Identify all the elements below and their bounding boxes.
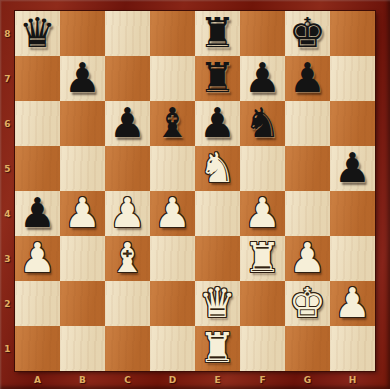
file-label-f: F: [240, 371, 285, 389]
square-a4[interactable]: ♟︎: [15, 191, 60, 236]
square-d2[interactable]: [150, 281, 195, 326]
chess-board: ♛︎♜︎♚︎♟︎♜︎♟︎♟︎♟︎♝︎♟︎♞︎♞︎♟︎♟︎♟︎♟︎♟︎♟︎♟︎♝︎…: [15, 11, 375, 371]
piece-black-queen[interactable]: ♛︎: [19, 11, 56, 56]
file-label-c: C: [105, 371, 150, 389]
square-h6[interactable]: [330, 101, 375, 146]
square-e8[interactable]: ♜︎: [195, 11, 240, 56]
square-h7[interactable]: [330, 56, 375, 101]
square-b4[interactable]: ♟︎: [60, 191, 105, 236]
piece-white-pawn[interactable]: ♟︎: [19, 236, 56, 281]
rank-label-8: 8: [0, 11, 15, 56]
square-g2[interactable]: ♚︎: [285, 281, 330, 326]
piece-black-pawn[interactable]: ♟︎: [19, 191, 56, 236]
square-g3[interactable]: ♟︎: [285, 236, 330, 281]
piece-black-pawn[interactable]: ♟︎: [289, 56, 326, 101]
square-h2[interactable]: ♟︎: [330, 281, 375, 326]
square-d1[interactable]: [150, 326, 195, 371]
square-h3[interactable]: [330, 236, 375, 281]
piece-black-pawn[interactable]: ♟︎: [199, 101, 236, 146]
rank-label-4: 4: [0, 191, 15, 236]
piece-black-pawn[interactable]: ♟︎: [334, 146, 371, 191]
square-c5[interactable]: [105, 146, 150, 191]
square-f3[interactable]: ♜︎: [240, 236, 285, 281]
piece-white-king[interactable]: ♚︎: [289, 281, 326, 326]
square-d6[interactable]: ♝︎: [150, 101, 195, 146]
piece-white-bishop[interactable]: ♝︎: [109, 236, 146, 281]
square-c7[interactable]: [105, 56, 150, 101]
square-g6[interactable]: [285, 101, 330, 146]
piece-white-rook[interactable]: ♜︎: [199, 326, 236, 371]
square-f8[interactable]: [240, 11, 285, 56]
square-f7[interactable]: ♟︎: [240, 56, 285, 101]
square-f6[interactable]: ♞︎: [240, 101, 285, 146]
square-h8[interactable]: [330, 11, 375, 56]
square-b2[interactable]: [60, 281, 105, 326]
square-g7[interactable]: ♟︎: [285, 56, 330, 101]
file-label-e: E: [195, 371, 240, 389]
piece-white-rook[interactable]: ♜︎: [244, 236, 281, 281]
piece-black-king[interactable]: ♚︎: [289, 11, 326, 56]
piece-white-pawn[interactable]: ♟︎: [109, 191, 146, 236]
square-a8[interactable]: ♛︎: [15, 11, 60, 56]
piece-white-pawn[interactable]: ♟︎: [154, 191, 191, 236]
square-e2[interactable]: ♛︎: [195, 281, 240, 326]
square-g5[interactable]: [285, 146, 330, 191]
piece-white-knight[interactable]: ♞︎: [199, 146, 236, 191]
piece-white-pawn[interactable]: ♟︎: [289, 236, 326, 281]
piece-black-rook[interactable]: ♜︎: [199, 11, 236, 56]
piece-black-pawn[interactable]: ♟︎: [244, 56, 281, 101]
square-c6[interactable]: ♟︎: [105, 101, 150, 146]
square-c2[interactable]: [105, 281, 150, 326]
square-f5[interactable]: [240, 146, 285, 191]
file-label-h: H: [330, 371, 375, 389]
square-b7[interactable]: ♟︎: [60, 56, 105, 101]
square-b1[interactable]: [60, 326, 105, 371]
file-label-a: A: [15, 371, 60, 389]
piece-black-pawn[interactable]: ♟︎: [64, 56, 101, 101]
square-b5[interactable]: [60, 146, 105, 191]
rank-label-5: 5: [0, 146, 15, 191]
square-b8[interactable]: [60, 11, 105, 56]
square-f2[interactable]: [240, 281, 285, 326]
square-e5[interactable]: ♞︎: [195, 146, 240, 191]
square-c8[interactable]: [105, 11, 150, 56]
square-e6[interactable]: ♟︎: [195, 101, 240, 146]
piece-white-pawn[interactable]: ♟︎: [64, 191, 101, 236]
square-d7[interactable]: [150, 56, 195, 101]
square-a7[interactable]: [15, 56, 60, 101]
square-e1[interactable]: ♜︎: [195, 326, 240, 371]
square-h1[interactable]: [330, 326, 375, 371]
rank-label-6: 6: [0, 101, 15, 146]
square-h5[interactable]: ♟︎: [330, 146, 375, 191]
chessboard-frame: 87654321 ABCDEFGH ♛︎♜︎♚︎♟︎♜︎♟︎♟︎♟︎♝︎♟︎♞︎…: [0, 0, 390, 389]
square-g1[interactable]: [285, 326, 330, 371]
rank-label-3: 3: [0, 236, 15, 281]
square-b6[interactable]: [60, 101, 105, 146]
square-c1[interactable]: [105, 326, 150, 371]
square-e4[interactable]: [195, 191, 240, 236]
square-d3[interactable]: [150, 236, 195, 281]
square-a6[interactable]: [15, 101, 60, 146]
rank-label-1: 1: [0, 326, 15, 371]
square-a5[interactable]: [15, 146, 60, 191]
square-g4[interactable]: [285, 191, 330, 236]
file-label-g: G: [285, 371, 330, 389]
piece-black-pawn[interactable]: ♟︎: [109, 101, 146, 146]
square-e7[interactable]: ♜︎: [195, 56, 240, 101]
file-label-d: D: [150, 371, 195, 389]
square-e3[interactable]: [195, 236, 240, 281]
square-c3[interactable]: ♝︎: [105, 236, 150, 281]
square-d8[interactable]: [150, 11, 195, 56]
square-f1[interactable]: [240, 326, 285, 371]
square-a3[interactable]: ♟︎: [15, 236, 60, 281]
square-d5[interactable]: [150, 146, 195, 191]
square-h4[interactable]: [330, 191, 375, 236]
rank-labels: 87654321: [0, 11, 15, 371]
piece-white-pawn[interactable]: ♟︎: [334, 281, 371, 326]
square-g8[interactable]: ♚︎: [285, 11, 330, 56]
piece-white-pawn[interactable]: ♟︎: [244, 191, 281, 236]
rank-label-7: 7: [0, 56, 15, 101]
square-d4[interactable]: ♟︎: [150, 191, 195, 236]
rank-label-2: 2: [0, 281, 15, 326]
square-b3[interactable]: [60, 236, 105, 281]
piece-white-queen[interactable]: ♛︎: [199, 281, 236, 326]
square-f4[interactable]: ♟︎: [240, 191, 285, 236]
piece-black-rook[interactable]: ♜︎: [199, 56, 236, 101]
square-a2[interactable]: [15, 281, 60, 326]
square-c4[interactable]: ♟︎: [105, 191, 150, 236]
piece-black-bishop[interactable]: ♝︎: [154, 101, 191, 146]
file-label-b: B: [60, 371, 105, 389]
file-labels: ABCDEFGH: [15, 371, 375, 389]
square-a1[interactable]: [15, 326, 60, 371]
piece-black-knight[interactable]: ♞︎: [244, 101, 281, 146]
